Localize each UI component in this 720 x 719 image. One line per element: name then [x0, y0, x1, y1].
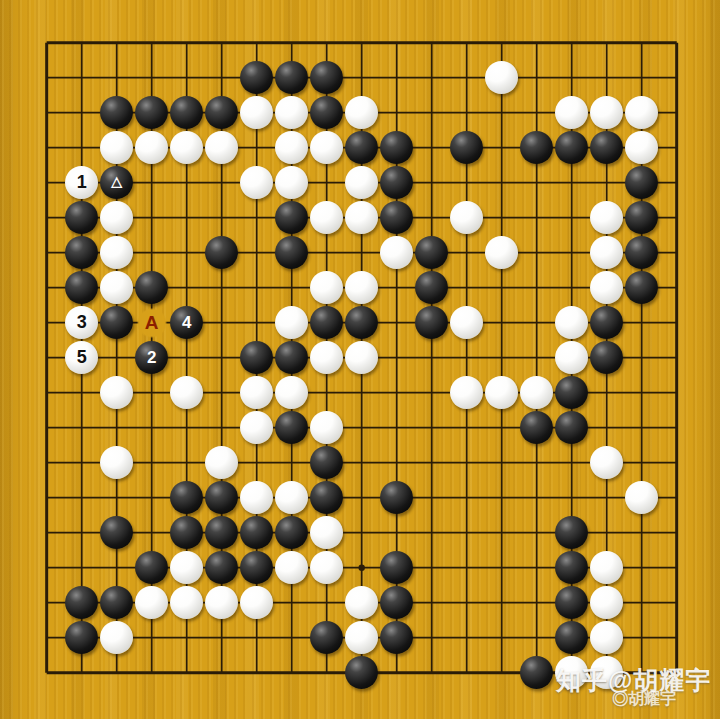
move-number-label: 5 [77, 341, 87, 374]
move-number-label: 3 [77, 306, 87, 339]
move-number-label: 2 [147, 341, 156, 374]
move-number-label: 4 [182, 306, 191, 339]
zhihu-logo2-icon: ◎ [612, 690, 628, 707]
zhihu-watermark-small: ◎胡耀宇 [612, 689, 676, 710]
move-number-label: 1 [77, 166, 87, 199]
point-label-A: A [137, 308, 167, 338]
go-board-screenshot: 1△3452A 知乎@胡耀宇 ◎胡耀宇 [0, 0, 720, 719]
zhihu-site-label: 知乎 [556, 666, 608, 694]
watermark-author-small: 胡耀宇 [628, 690, 676, 707]
triangle-marker: △ [111, 165, 122, 198]
